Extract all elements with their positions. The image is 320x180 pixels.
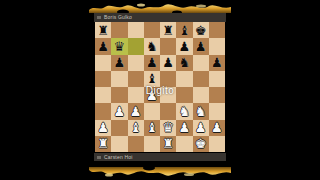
square-a3[interactable]	[95, 103, 111, 119]
white-queen-e2[interactable]: ♛	[162, 121, 174, 134]
square-h2[interactable]: ♟	[209, 120, 225, 136]
square-h3[interactable]	[209, 103, 225, 119]
white-pawn-g2[interactable]: ♟	[195, 121, 207, 134]
square-d2[interactable]: ♝	[144, 120, 160, 136]
square-f4[interactable]	[176, 87, 192, 103]
square-e7[interactable]	[160, 38, 176, 54]
white-pawn-c3[interactable]: ♟	[130, 105, 142, 118]
black-king-g8[interactable]: ♚	[195, 24, 207, 37]
square-c6[interactable]	[128, 55, 144, 71]
square-b8[interactable]	[111, 22, 127, 38]
square-f5[interactable]	[176, 71, 192, 87]
square-d8[interactable]	[144, 22, 160, 38]
square-h7[interactable]	[209, 38, 225, 54]
square-g7[interactable]: ♟	[193, 38, 209, 54]
bottom-player-flag-icon	[97, 156, 101, 159]
chess-board[interactable]: ♜♜♝♚♟♛♞♟♟♟♟♟♞♟♝♟♟♟♞♞♟♝♝♛♟♟♟♜♜♚	[95, 22, 225, 152]
black-bishop-d5[interactable]: ♝	[146, 72, 158, 85]
top-player-name: Boris Gulko	[104, 15, 132, 20]
top-player-bar: Boris Gulko	[94, 13, 226, 22]
square-b5[interactable]	[111, 71, 127, 87]
white-pawn-b3[interactable]: ♟	[114, 105, 126, 118]
black-pawn-e6[interactable]: ♟	[162, 56, 174, 69]
square-g6[interactable]	[193, 55, 209, 71]
video-frame: Boris Gulko ♜♜♝♚♟♛♞♟♟♟♟♟♞♟♝♟♟♟♞♞♟♝♝♛♟♟♟♜…	[0, 0, 320, 180]
flame-top-decoration	[89, 1, 231, 13]
black-rook-e8[interactable]: ♜	[162, 24, 174, 37]
square-c8[interactable]	[128, 22, 144, 38]
black-pawn-g7[interactable]: ♟	[195, 40, 207, 53]
black-pawn-f7[interactable]: ♟	[179, 40, 191, 53]
square-h8[interactable]	[209, 22, 225, 38]
square-f6[interactable]: ♞	[176, 55, 192, 71]
white-knight-g3[interactable]: ♞	[195, 105, 207, 118]
black-pawn-a7[interactable]: ♟	[97, 40, 109, 53]
top-player-flag-icon	[97, 16, 101, 19]
square-b3[interactable]: ♟	[111, 103, 127, 119]
white-rook-e1[interactable]: ♜	[162, 137, 174, 150]
white-knight-f3[interactable]: ♞	[179, 105, 191, 118]
square-e3[interactable]	[160, 103, 176, 119]
square-f8[interactable]: ♝	[176, 22, 192, 38]
square-e8[interactable]: ♜	[160, 22, 176, 38]
square-c2[interactable]: ♝	[128, 120, 144, 136]
black-queen-b7[interactable]: ♛	[114, 40, 126, 53]
square-e5[interactable]	[160, 71, 176, 87]
square-e1[interactable]: ♜	[160, 136, 176, 152]
square-a1[interactable]: ♜	[95, 136, 111, 152]
white-pawn-h2[interactable]: ♟	[211, 121, 223, 134]
square-h5[interactable]	[209, 71, 225, 87]
black-pawn-d6[interactable]: ♟	[146, 56, 158, 69]
square-a7[interactable]: ♟	[95, 38, 111, 54]
square-g8[interactable]: ♚	[193, 22, 209, 38]
black-rook-a8[interactable]: ♜	[97, 24, 109, 37]
square-e6[interactable]: ♟	[160, 55, 176, 71]
square-h4[interactable]	[209, 87, 225, 103]
bottom-player-bar: Carsten Hoi	[94, 153, 226, 161]
square-a5[interactable]	[95, 71, 111, 87]
black-knight-f6[interactable]: ♞	[179, 56, 191, 69]
square-c5[interactable]	[128, 71, 144, 87]
bottom-player-name: Carsten Hoi	[104, 155, 133, 160]
square-c7[interactable]	[128, 38, 144, 54]
white-bishop-d2[interactable]: ♝	[146, 121, 158, 134]
square-b2[interactable]	[111, 120, 127, 136]
square-b1[interactable]	[111, 136, 127, 152]
square-g1[interactable]: ♚	[193, 136, 209, 152]
white-rook-a1[interactable]: ♜	[97, 137, 109, 150]
square-a6[interactable]	[95, 55, 111, 71]
square-f2[interactable]: ♟	[176, 120, 192, 136]
square-b6[interactable]: ♟	[111, 55, 127, 71]
square-f3[interactable]: ♞	[176, 103, 192, 119]
square-c1[interactable]	[128, 136, 144, 152]
square-f1[interactable]	[176, 136, 192, 152]
square-g5[interactable]	[193, 71, 209, 87]
square-g2[interactable]: ♟	[193, 120, 209, 136]
square-c4[interactable]	[128, 87, 144, 103]
square-d4[interactable]: ♟	[144, 87, 160, 103]
square-d7[interactable]: ♞	[144, 38, 160, 54]
square-a4[interactable]	[95, 87, 111, 103]
square-g3[interactable]: ♞	[193, 103, 209, 119]
square-g4[interactable]	[193, 87, 209, 103]
square-h1[interactable]	[209, 136, 225, 152]
square-a2[interactable]: ♟	[95, 120, 111, 136]
square-a8[interactable]: ♜	[95, 22, 111, 38]
flame-bottom-decoration	[89, 167, 231, 179]
square-d5[interactable]: ♝	[144, 71, 160, 87]
square-e4[interactable]	[160, 87, 176, 103]
black-bishop-f8[interactable]: ♝	[179, 24, 191, 37]
square-b4[interactable]	[111, 87, 127, 103]
square-d1[interactable]	[144, 136, 160, 152]
white-pawn-a2[interactable]: ♟	[97, 121, 109, 134]
black-pawn-h6[interactable]: ♟	[211, 56, 223, 69]
white-bishop-c2[interactable]: ♝	[130, 121, 142, 134]
square-b7[interactable]: ♛	[111, 38, 127, 54]
black-knight-d7[interactable]: ♞	[146, 40, 158, 53]
white-pawn-f2[interactable]: ♟	[179, 121, 191, 134]
white-pawn-d4[interactable]: ♟	[146, 89, 158, 102]
square-f7[interactable]: ♟	[176, 38, 192, 54]
black-pawn-b6[interactable]: ♟	[114, 56, 126, 69]
square-h6[interactable]: ♟	[209, 55, 225, 71]
white-king-g1[interactable]: ♚	[195, 137, 207, 150]
square-c3[interactable]: ♟	[128, 103, 144, 119]
square-e2[interactable]: ♛	[160, 120, 176, 136]
square-d3[interactable]	[144, 103, 160, 119]
square-d6[interactable]: ♟	[144, 55, 160, 71]
